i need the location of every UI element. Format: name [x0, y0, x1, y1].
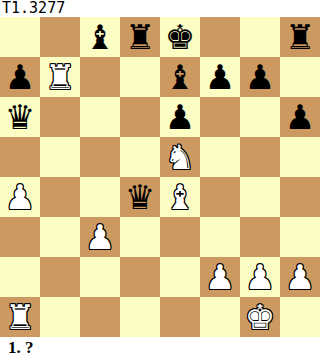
- square-e4[interactable]: ♝: [160, 177, 200, 217]
- square-a4[interactable]: ♟: [0, 177, 40, 217]
- square-h8[interactable]: ♜: [280, 17, 320, 57]
- square-g5[interactable]: [240, 137, 280, 177]
- square-d4[interactable]: ♛: [120, 177, 160, 217]
- square-e8[interactable]: ♚: [160, 17, 200, 57]
- square-b6[interactable]: [40, 97, 80, 137]
- white-pawn[interactable]: ♟: [85, 217, 115, 257]
- square-h2[interactable]: ♟: [280, 257, 320, 297]
- square-e2[interactable]: [160, 257, 200, 297]
- square-c4[interactable]: [80, 177, 120, 217]
- square-d6[interactable]: [120, 97, 160, 137]
- white-rook[interactable]: ♜: [5, 297, 35, 337]
- square-d1[interactable]: [120, 297, 160, 337]
- square-b3[interactable]: [40, 217, 80, 257]
- white-king[interactable]: ♚: [245, 297, 275, 337]
- square-g2[interactable]: ♟: [240, 257, 280, 297]
- square-h5[interactable]: [280, 137, 320, 177]
- square-a6[interactable]: ♛: [0, 97, 40, 137]
- square-c7[interactable]: [80, 57, 120, 97]
- square-e5[interactable]: ♞: [160, 137, 200, 177]
- square-b2[interactable]: [40, 257, 80, 297]
- square-g8[interactable]: [240, 17, 280, 57]
- square-e7[interactable]: ♝: [160, 57, 200, 97]
- square-c6[interactable]: [80, 97, 120, 137]
- square-a1[interactable]: ♜: [0, 297, 40, 337]
- square-a2[interactable]: [0, 257, 40, 297]
- black-queen[interactable]: ♛: [5, 97, 35, 137]
- square-a7[interactable]: ♟: [0, 57, 40, 97]
- black-pawn[interactable]: ♟: [165, 97, 195, 137]
- square-b4[interactable]: [40, 177, 80, 217]
- square-f6[interactable]: [200, 97, 240, 137]
- square-g6[interactable]: [240, 97, 280, 137]
- square-d3[interactable]: [120, 217, 160, 257]
- chess-board: ♝♜♚♜♟♜♝♟♟♛♟♟♞♟♛♝♟♟♟♟♜♚: [0, 17, 320, 337]
- puzzle-id-label: T1.3277: [0, 0, 320, 17]
- square-f3[interactable]: [200, 217, 240, 257]
- black-pawn[interactable]: ♟: [245, 57, 275, 97]
- black-pawn[interactable]: ♟: [285, 97, 315, 137]
- square-b7[interactable]: ♜: [40, 57, 80, 97]
- black-pawn[interactable]: ♟: [205, 57, 235, 97]
- square-d7[interactable]: [120, 57, 160, 97]
- square-f2[interactable]: ♟: [200, 257, 240, 297]
- square-e6[interactable]: ♟: [160, 97, 200, 137]
- square-h6[interactable]: ♟: [280, 97, 320, 137]
- chess-puzzle-window: T1.3277 ♝♜♚♜♟♜♝♟♟♛♟♟♞♟♛♝♟♟♟♟♜♚ 1. ?: [0, 0, 320, 360]
- black-pawn[interactable]: ♟: [5, 57, 35, 97]
- square-c5[interactable]: [80, 137, 120, 177]
- square-e1[interactable]: [160, 297, 200, 337]
- square-a8[interactable]: [0, 17, 40, 57]
- square-c3[interactable]: ♟: [80, 217, 120, 257]
- black-bishop[interactable]: ♝: [85, 17, 115, 57]
- square-a3[interactable]: [0, 217, 40, 257]
- square-h3[interactable]: [280, 217, 320, 257]
- white-bishop[interactable]: ♝: [165, 177, 195, 217]
- white-pawn[interactable]: ♟: [245, 257, 275, 297]
- square-h7[interactable]: [280, 57, 320, 97]
- move-prompt: 1. ?: [0, 337, 320, 360]
- white-pawn[interactable]: ♟: [5, 177, 35, 217]
- square-b8[interactable]: [40, 17, 80, 57]
- square-g1[interactable]: ♚: [240, 297, 280, 337]
- square-f8[interactable]: [200, 17, 240, 57]
- square-d2[interactable]: [120, 257, 160, 297]
- square-f5[interactable]: [200, 137, 240, 177]
- black-bishop[interactable]: ♝: [165, 57, 195, 97]
- square-c1[interactable]: [80, 297, 120, 337]
- square-a5[interactable]: [0, 137, 40, 177]
- square-g7[interactable]: ♟: [240, 57, 280, 97]
- square-d8[interactable]: ♜: [120, 17, 160, 57]
- white-knight[interactable]: ♞: [165, 137, 195, 177]
- white-rook[interactable]: ♜: [45, 57, 75, 97]
- square-f4[interactable]: [200, 177, 240, 217]
- square-b1[interactable]: [40, 297, 80, 337]
- white-pawn[interactable]: ♟: [205, 257, 235, 297]
- square-h4[interactable]: [280, 177, 320, 217]
- square-c8[interactable]: ♝: [80, 17, 120, 57]
- square-b5[interactable]: [40, 137, 80, 177]
- white-pawn[interactable]: ♟: [285, 257, 315, 297]
- black-rook[interactable]: ♜: [285, 17, 315, 57]
- square-h1[interactable]: [280, 297, 320, 337]
- square-c2[interactable]: [80, 257, 120, 297]
- black-rook[interactable]: ♜: [125, 17, 155, 57]
- black-king[interactable]: ♚: [165, 17, 195, 57]
- square-f1[interactable]: [200, 297, 240, 337]
- square-g4[interactable]: [240, 177, 280, 217]
- square-d5[interactable]: [120, 137, 160, 177]
- square-f7[interactable]: ♟: [200, 57, 240, 97]
- square-g3[interactable]: [240, 217, 280, 257]
- black-queen[interactable]: ♛: [125, 177, 155, 217]
- square-e3[interactable]: [160, 217, 200, 257]
